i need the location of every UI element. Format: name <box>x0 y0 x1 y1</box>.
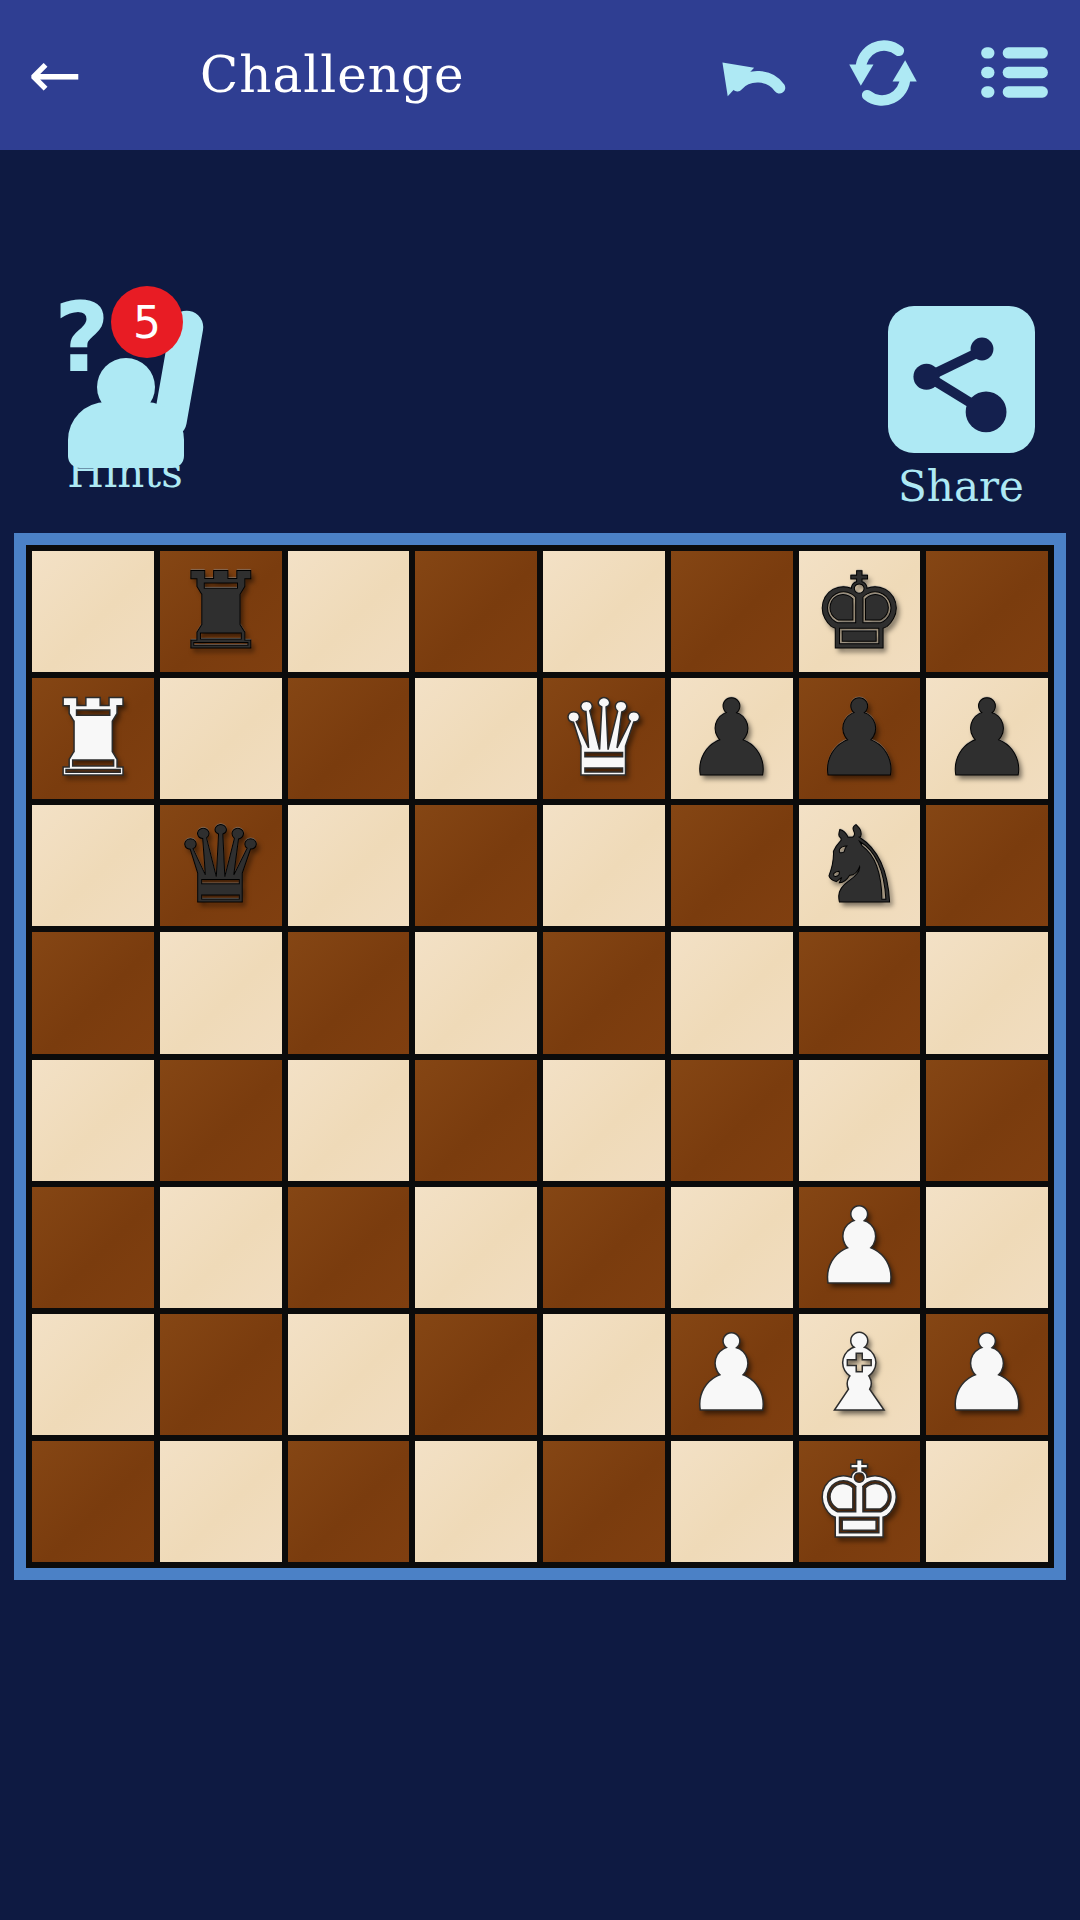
square-f2[interactable]: ♟ <box>671 1314 793 1435</box>
piece-black-rook: ♜ <box>173 559 268 665</box>
square-e8[interactable] <box>543 551 665 672</box>
square-f7[interactable]: ♟ <box>671 678 793 799</box>
undo-button[interactable] <box>714 27 790 123</box>
piece-black-pawn: ♟ <box>812 686 907 792</box>
square-a5[interactable] <box>32 932 154 1053</box>
page-title: Challenge <box>200 46 465 104</box>
square-h3[interactable] <box>926 1187 1048 1308</box>
square-c4[interactable] <box>288 1060 410 1181</box>
piece-black-pawn: ♟ <box>940 686 1035 792</box>
restart-icon <box>845 35 921 115</box>
square-g8[interactable]: ♚ <box>799 551 921 672</box>
square-e4[interactable] <box>543 1060 665 1181</box>
square-h6[interactable] <box>926 805 1048 926</box>
square-c6[interactable] <box>288 805 410 926</box>
piece-black-pawn: ♟ <box>684 686 779 792</box>
square-e5[interactable] <box>543 932 665 1053</box>
hints-count-badge: 5 <box>111 286 183 358</box>
square-b7[interactable] <box>160 678 282 799</box>
piece-black-knight: ♞ <box>812 813 907 919</box>
square-d8[interactable] <box>415 551 537 672</box>
square-d3[interactable] <box>415 1187 537 1308</box>
square-f8[interactable] <box>671 551 793 672</box>
square-a3[interactable] <box>32 1187 154 1308</box>
square-a8[interactable] <box>32 551 154 672</box>
square-c8[interactable] <box>288 551 410 672</box>
chess-board: ♜♚♜♛♟♟♟♛♞♟♟♝♟♚ <box>14 533 1066 1580</box>
restart-button[interactable] <box>845 27 921 123</box>
square-d1[interactable] <box>415 1441 537 1562</box>
square-e6[interactable] <box>543 805 665 926</box>
share-label: Share <box>861 462 1061 511</box>
square-d4[interactable] <box>415 1060 537 1181</box>
back-arrow-icon: ← <box>28 38 82 112</box>
square-c1[interactable] <box>288 1441 410 1562</box>
square-e2[interactable] <box>543 1314 665 1435</box>
square-g1[interactable]: ♚ <box>799 1441 921 1562</box>
square-c2[interactable] <box>288 1314 410 1435</box>
square-b2[interactable] <box>160 1314 282 1435</box>
board-inner-border: ♜♚♜♛♟♟♟♛♞♟♟♝♟♚ <box>26 545 1054 1568</box>
square-a1[interactable] <box>32 1441 154 1562</box>
square-f4[interactable] <box>671 1060 793 1181</box>
piece-white-bishop: ♝ <box>812 1321 907 1427</box>
board-grid: ♜♚♜♛♟♟♟♛♞♟♟♝♟♚ <box>32 551 1048 1562</box>
move-list-icon <box>977 42 1051 108</box>
square-c3[interactable] <box>288 1187 410 1308</box>
square-a7[interactable]: ♜ <box>32 678 154 799</box>
square-g2[interactable]: ♝ <box>799 1314 921 1435</box>
square-c7[interactable] <box>288 678 410 799</box>
square-d6[interactable] <box>415 805 537 926</box>
move-list-button[interactable] <box>976 27 1052 123</box>
square-b3[interactable] <box>160 1187 282 1308</box>
piece-white-king: ♚ <box>812 1448 907 1554</box>
square-g4[interactable] <box>799 1060 921 1181</box>
share-icon <box>902 318 1022 442</box>
square-h5[interactable] <box>926 932 1048 1053</box>
square-c5[interactable] <box>288 932 410 1053</box>
square-f6[interactable] <box>671 805 793 926</box>
square-h7[interactable]: ♟ <box>926 678 1048 799</box>
square-d7[interactable] <box>415 678 537 799</box>
piece-black-king: ♚ <box>812 559 907 665</box>
square-f5[interactable] <box>671 932 793 1053</box>
square-h2[interactable]: ♟ <box>926 1314 1048 1435</box>
share-button[interactable] <box>888 306 1035 453</box>
square-a2[interactable] <box>32 1314 154 1435</box>
hints-label: Hints <box>25 448 225 497</box>
square-g3[interactable]: ♟ <box>799 1187 921 1308</box>
undo-icon <box>714 35 790 115</box>
square-a6[interactable] <box>32 805 154 926</box>
square-b5[interactable] <box>160 932 282 1053</box>
square-h1[interactable] <box>926 1441 1048 1562</box>
square-e7[interactable]: ♛ <box>543 678 665 799</box>
square-b1[interactable] <box>160 1441 282 1562</box>
square-f1[interactable] <box>671 1441 793 1562</box>
square-b4[interactable] <box>160 1060 282 1181</box>
square-e3[interactable] <box>543 1187 665 1308</box>
square-e1[interactable] <box>543 1441 665 1562</box>
square-d2[interactable] <box>415 1314 537 1435</box>
piece-white-pawn: ♟ <box>812 1194 907 1300</box>
square-d5[interactable] <box>415 932 537 1053</box>
piece-white-queen: ♛ <box>556 686 651 792</box>
square-b8[interactable]: ♜ <box>160 551 282 672</box>
square-h4[interactable] <box>926 1060 1048 1181</box>
square-g7[interactable]: ♟ <box>799 678 921 799</box>
square-h8[interactable] <box>926 551 1048 672</box>
app-header: ← Challenge <box>0 0 1080 150</box>
piece-black-queen: ♛ <box>173 813 268 919</box>
square-g5[interactable] <box>799 932 921 1053</box>
piece-white-rook: ♜ <box>45 686 140 792</box>
square-g6[interactable]: ♞ <box>799 805 921 926</box>
piece-white-pawn: ♟ <box>940 1321 1035 1427</box>
back-button[interactable]: ← <box>0 0 110 150</box>
square-a4[interactable] <box>32 1060 154 1181</box>
square-b6[interactable]: ♛ <box>160 805 282 926</box>
square-f3[interactable] <box>671 1187 793 1308</box>
piece-white-pawn: ♟ <box>684 1321 779 1427</box>
hints-button[interactable]: ? 5 <box>50 296 200 468</box>
